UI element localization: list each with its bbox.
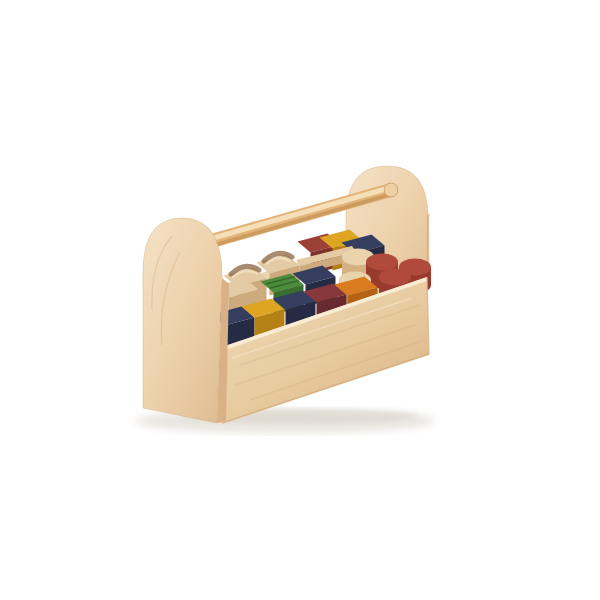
cylinder-top [366,254,398,271]
handle-endcap [384,183,398,197]
product-photo [0,0,600,600]
cylinder-top [379,269,411,286]
left-arch-panel [143,218,222,423]
block-caddy-illustration [0,0,600,600]
